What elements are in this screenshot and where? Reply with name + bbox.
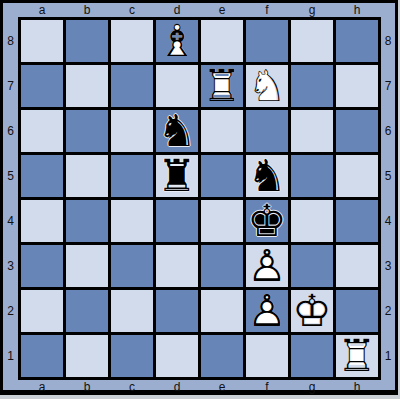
- rank-label-8: 8: [381, 20, 395, 62]
- square-a7[interactable]: [21, 65, 63, 107]
- square-h4[interactable]: [336, 200, 378, 242]
- piece-fill: ♜: [201, 65, 243, 107]
- rank-label-7: 7: [381, 65, 395, 107]
- file-label-h: h: [336, 380, 378, 394]
- square-d7[interactable]: [156, 65, 198, 107]
- square-g5[interactable]: [291, 155, 333, 197]
- file-label-d: d: [156, 3, 198, 17]
- piece-glyph: ♜: [156, 155, 198, 197]
- file-label-a: a: [21, 380, 63, 394]
- square-f4[interactable]: ♚: [246, 200, 288, 242]
- rank-label-8: 8: [3, 20, 18, 62]
- board-frame: abcdefgh 87654321 ♝♗♜♖♞♘♞♜♞♚♟♙♟♙♚♔♜♖ 876…: [0, 0, 398, 395]
- rank-label-6: 6: [381, 110, 395, 152]
- square-b3[interactable]: [66, 245, 108, 287]
- piece-fill: ♟: [246, 245, 288, 287]
- square-b6[interactable]: [66, 110, 108, 152]
- piece-outline: ♙: [246, 290, 288, 332]
- rank-label-2: 2: [3, 290, 18, 332]
- file-labels-top: abcdefgh: [18, 3, 381, 17]
- piece-glyph: ♞: [246, 155, 288, 197]
- square-c4[interactable]: [111, 200, 153, 242]
- square-f2[interactable]: ♟♙: [246, 290, 288, 332]
- piece-fill: ♞: [246, 65, 288, 107]
- square-g6[interactable]: [291, 110, 333, 152]
- piece-fill: ♚: [291, 290, 333, 332]
- file-label-e: e: [201, 380, 243, 394]
- square-g7[interactable]: [291, 65, 333, 107]
- square-b5[interactable]: [66, 155, 108, 197]
- square-g4[interactable]: [291, 200, 333, 242]
- square-e3[interactable]: [201, 245, 243, 287]
- file-label-f: f: [246, 3, 288, 17]
- piece-outline: ♙: [246, 245, 288, 287]
- square-e6[interactable]: [201, 110, 243, 152]
- file-labels-bottom: abcdefgh: [18, 380, 381, 394]
- white-king-g2[interactable]: ♚♔: [291, 290, 333, 332]
- square-f5[interactable]: ♞: [246, 155, 288, 197]
- square-b8[interactable]: [66, 20, 108, 62]
- square-c1[interactable]: [111, 335, 153, 377]
- square-h8[interactable]: [336, 20, 378, 62]
- square-c7[interactable]: [111, 65, 153, 107]
- square-h7[interactable]: [336, 65, 378, 107]
- rank-labels-right: 87654321: [381, 17, 395, 380]
- rank-label-5: 5: [3, 155, 18, 197]
- square-g3[interactable]: [291, 245, 333, 287]
- piece-outline: ♖: [336, 335, 378, 377]
- file-label-f: f: [246, 380, 288, 394]
- square-g1[interactable]: [291, 335, 333, 377]
- piece-outline: ♔: [291, 290, 333, 332]
- rank-labels-left: 87654321: [3, 17, 18, 380]
- square-f8[interactable]: [246, 20, 288, 62]
- square-d6[interactable]: ♞: [156, 110, 198, 152]
- rank-label-1: 1: [381, 335, 395, 377]
- square-c6[interactable]: [111, 110, 153, 152]
- file-label-d: d: [156, 380, 198, 394]
- file-label-e: e: [201, 3, 243, 17]
- file-label-g: g: [291, 380, 333, 394]
- white-rook-h1[interactable]: ♜♖: [336, 335, 378, 377]
- chess-app-window: abcdefgh 87654321 ♝♗♜♖♞♘♞♜♞♚♟♙♟♙♚♔♜♖ 876…: [0, 0, 400, 399]
- file-label-c: c: [111, 380, 153, 394]
- square-a1[interactable]: [21, 335, 63, 377]
- square-d4[interactable]: [156, 200, 198, 242]
- square-b2[interactable]: [66, 290, 108, 332]
- square-d3[interactable]: [156, 245, 198, 287]
- square-c5[interactable]: [111, 155, 153, 197]
- square-f3[interactable]: ♟♙: [246, 245, 288, 287]
- piece-outline: ♘: [246, 65, 288, 107]
- piece-fill: ♜: [336, 335, 378, 377]
- square-f1[interactable]: [246, 335, 288, 377]
- square-h2[interactable]: [336, 290, 378, 332]
- file-label-h: h: [336, 3, 378, 17]
- square-d5[interactable]: ♜: [156, 155, 198, 197]
- board: ♝♗♜♖♞♘♞♜♞♚♟♙♟♙♚♔♜♖: [18, 17, 381, 380]
- square-e8[interactable]: [201, 20, 243, 62]
- square-c3[interactable]: [111, 245, 153, 287]
- board-layout: abcdefgh 87654321 ♝♗♜♖♞♘♞♜♞♚♟♙♟♙♚♔♜♖ 876…: [3, 3, 395, 390]
- square-g8[interactable]: [291, 20, 333, 62]
- rank-label-7: 7: [3, 65, 18, 107]
- rank-label-2: 2: [381, 290, 395, 332]
- piece-fill: ♝: [156, 20, 198, 62]
- rank-label-3: 3: [3, 245, 18, 287]
- square-d1[interactable]: [156, 335, 198, 377]
- square-a4[interactable]: [21, 200, 63, 242]
- square-b7[interactable]: [66, 65, 108, 107]
- piece-glyph: ♞: [156, 110, 198, 152]
- file-label-c: c: [111, 3, 153, 17]
- square-e1[interactable]: [201, 335, 243, 377]
- square-b4[interactable]: [66, 200, 108, 242]
- file-label-b: b: [66, 3, 108, 17]
- rank-label-3: 3: [381, 245, 395, 287]
- rank-label-5: 5: [381, 155, 395, 197]
- black-king-f4[interactable]: ♚: [246, 200, 288, 242]
- square-d2[interactable]: [156, 290, 198, 332]
- black-knight-d6[interactable]: ♞: [156, 110, 198, 152]
- square-a8[interactable]: [21, 20, 63, 62]
- rank-label-4: 4: [3, 200, 18, 242]
- file-label-b: b: [66, 380, 108, 394]
- square-e2[interactable]: [201, 290, 243, 332]
- white-rook-e7[interactable]: ♜♖: [201, 65, 243, 107]
- file-label-g: g: [291, 3, 333, 17]
- square-c2[interactable]: [111, 290, 153, 332]
- square-e4[interactable]: [201, 200, 243, 242]
- square-h3[interactable]: [336, 245, 378, 287]
- square-h5[interactable]: [336, 155, 378, 197]
- square-e7[interactable]: ♜♖: [201, 65, 243, 107]
- square-c8[interactable]: [111, 20, 153, 62]
- rank-label-6: 6: [3, 110, 18, 152]
- square-a3[interactable]: [21, 245, 63, 287]
- rank-label-4: 4: [381, 200, 395, 242]
- rank-label-1: 1: [3, 335, 18, 377]
- square-h1[interactable]: ♜♖: [336, 335, 378, 377]
- square-a2[interactable]: [21, 290, 63, 332]
- piece-glyph: ♚: [246, 200, 288, 242]
- piece-outline: ♖: [201, 65, 243, 107]
- square-a5[interactable]: [21, 155, 63, 197]
- piece-outline: ♗: [156, 20, 198, 62]
- square-d8[interactable]: ♝♗: [156, 20, 198, 62]
- file-label-a: a: [21, 3, 63, 17]
- piece-fill: ♟: [246, 290, 288, 332]
- white-bishop-d8[interactable]: ♝♗: [156, 20, 198, 62]
- black-rook-d5[interactable]: ♜: [156, 155, 198, 197]
- square-g2[interactable]: ♚♔: [291, 290, 333, 332]
- square-b1[interactable]: [66, 335, 108, 377]
- square-e5[interactable]: [201, 155, 243, 197]
- square-f7[interactable]: ♞♘: [246, 65, 288, 107]
- white-knight-f7[interactable]: ♞♘: [246, 65, 288, 107]
- white-pawn-f2[interactable]: ♟♙: [246, 290, 288, 332]
- square-f6[interactable]: [246, 110, 288, 152]
- black-knight-f5[interactable]: ♞: [246, 155, 288, 197]
- white-pawn-f3[interactable]: ♟♙: [246, 245, 288, 287]
- square-h6[interactable]: [336, 110, 378, 152]
- square-a6[interactable]: [21, 110, 63, 152]
